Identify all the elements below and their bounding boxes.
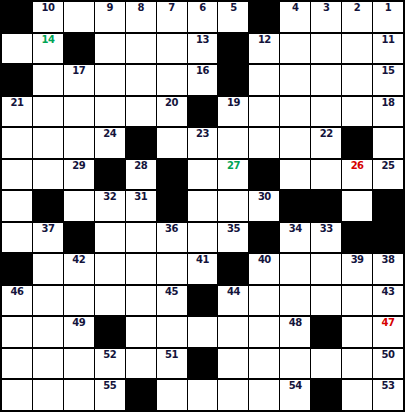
cell-r4c11[interactable] [311, 97, 341, 127]
cell-r3c4[interactable] [95, 65, 125, 95]
cell-r1c2[interactable]: 10 [33, 2, 63, 32]
block-r13c5 [126, 380, 156, 410]
clue-number-48: 48 [280, 317, 310, 328]
clue-number-53: 53 [373, 380, 403, 391]
cell-r8c8[interactable]: 35 [218, 223, 248, 253]
cell-r1c4[interactable]: 9 [95, 2, 125, 32]
clue-number-50: 50 [373, 349, 403, 360]
cell-r3c2[interactable] [33, 65, 63, 95]
clue-number-8: 8 [126, 2, 156, 13]
clue-number-16: 16 [188, 65, 218, 76]
clue-number-29: 29 [64, 160, 94, 171]
cell-r5c13[interactable] [373, 128, 403, 158]
cell-r13c13[interactable]: 53 [373, 380, 403, 410]
cell-r6c8[interactable]: 27 [218, 160, 248, 190]
clue-number-49: 49 [64, 317, 94, 328]
cell-r11c12[interactable] [342, 317, 372, 347]
cell-r6c12[interactable]: 26 [342, 160, 372, 190]
cell-r11c3[interactable]: 49 [64, 317, 94, 347]
cell-r11c5[interactable] [126, 317, 156, 347]
cell-r2c5[interactable] [126, 34, 156, 64]
cell-r3c3[interactable]: 17 [64, 65, 94, 95]
clue-number-26: 26 [342, 160, 372, 171]
cell-r13c4[interactable]: 55 [95, 380, 125, 410]
clue-number-52: 52 [95, 349, 125, 360]
cell-r9c6[interactable] [157, 254, 187, 284]
clue-number-15: 15 [373, 65, 403, 76]
cell-r10c1[interactable]: 46 [2, 286, 32, 316]
cell-r12c10[interactable] [280, 349, 310, 379]
clue-number-34: 34 [280, 223, 310, 234]
block-r10c7 [188, 286, 218, 316]
clue-number-7: 7 [157, 2, 187, 13]
clue-number-54: 54 [280, 380, 310, 391]
cell-r10c11[interactable] [311, 286, 341, 316]
block-r7c2 [33, 191, 63, 221]
cell-r12c4[interactable]: 52 [95, 349, 125, 379]
cell-r5c8[interactable] [218, 128, 248, 158]
cell-r10c10[interactable] [280, 286, 310, 316]
cell-r2c12[interactable] [342, 34, 372, 64]
block-r7c11 [311, 191, 341, 221]
cell-r2c11[interactable] [311, 34, 341, 64]
cell-r5c3[interactable] [64, 128, 94, 158]
clue-number-39: 39 [342, 254, 372, 265]
cell-r8c1[interactable] [2, 223, 32, 253]
clue-number-25: 25 [373, 160, 403, 171]
cell-r9c9[interactable]: 40 [249, 254, 279, 284]
cell-r12c11[interactable] [311, 349, 341, 379]
block-r2c3 [64, 34, 94, 64]
clue-number-12: 12 [249, 34, 279, 45]
cell-r11c7[interactable] [188, 317, 218, 347]
cell-r13c3[interactable] [64, 380, 94, 410]
cell-r12c8[interactable] [218, 349, 248, 379]
clue-number-43: 43 [373, 286, 403, 297]
clue-number-42: 42 [64, 254, 94, 265]
block-r8c3 [64, 223, 94, 253]
cell-r10c13[interactable]: 43 [373, 286, 403, 316]
clue-number-14: 14 [33, 34, 63, 45]
cell-r4c13[interactable]: 18 [373, 97, 403, 127]
cell-r6c10[interactable] [280, 160, 310, 190]
cell-r3c5[interactable] [126, 65, 156, 95]
cell-r10c2[interactable] [33, 286, 63, 316]
cell-r12c2[interactable] [33, 349, 63, 379]
cell-r8c7[interactable] [188, 223, 218, 253]
cell-r3c9[interactable] [249, 65, 279, 95]
block-r6c6 [157, 160, 187, 190]
cell-r2c2[interactable]: 14 [33, 34, 63, 64]
clue-number-2: 2 [342, 2, 372, 13]
cell-r10c4[interactable] [95, 286, 125, 316]
clue-number-41: 41 [188, 254, 218, 265]
cell-r13c8[interactable] [218, 380, 248, 410]
block-r5c5 [126, 128, 156, 158]
clue-number-40: 40 [249, 254, 279, 265]
clue-number-13: 13 [188, 34, 218, 45]
cell-r5c4[interactable]: 24 [95, 128, 125, 158]
cell-r2c4[interactable] [95, 34, 125, 64]
block-r8c12 [342, 223, 372, 253]
clue-number-36: 36 [157, 223, 187, 234]
cell-r1c12[interactable]: 2 [342, 2, 372, 32]
clue-number-55: 55 [95, 380, 125, 391]
cell-r10c12[interactable] [342, 286, 372, 316]
cell-r4c8[interactable]: 19 [218, 97, 248, 127]
cell-r6c2[interactable] [33, 160, 63, 190]
cell-r7c1[interactable] [2, 191, 32, 221]
cell-r4c12[interactable] [342, 97, 372, 127]
cell-r7c5[interactable]: 31 [126, 191, 156, 221]
cell-r1c7[interactable]: 6 [188, 2, 218, 32]
clue-number-30: 30 [249, 191, 279, 202]
cell-r1c8[interactable]: 5 [218, 2, 248, 32]
cell-r8c5[interactable] [126, 223, 156, 253]
cell-r11c10[interactable]: 48 [280, 317, 310, 347]
cell-r12c5[interactable] [126, 349, 156, 379]
cell-r9c2[interactable] [33, 254, 63, 284]
cell-r8c10[interactable]: 34 [280, 223, 310, 253]
cell-r11c8[interactable] [218, 317, 248, 347]
cell-r3c13[interactable]: 15 [373, 65, 403, 95]
cell-r11c6[interactable] [157, 317, 187, 347]
clue-number-37: 37 [33, 223, 63, 234]
cell-r5c6[interactable] [157, 128, 187, 158]
block-r1c1 [2, 2, 32, 32]
cell-r8c2[interactable]: 37 [33, 223, 63, 253]
cell-r1c5[interactable]: 8 [126, 2, 156, 32]
cell-r6c7[interactable] [188, 160, 218, 190]
cell-r8c4[interactable] [95, 223, 125, 253]
cell-r9c7[interactable]: 41 [188, 254, 218, 284]
cell-r4c3[interactable] [64, 97, 94, 127]
cell-r5c2[interactable] [33, 128, 63, 158]
block-r3c8 [218, 65, 248, 95]
clue-number-24: 24 [95, 128, 125, 139]
clue-number-21: 21 [2, 97, 32, 108]
cell-r12c13[interactable]: 50 [373, 349, 403, 379]
block-r8c13 [373, 223, 403, 253]
cell-r13c7[interactable] [188, 380, 218, 410]
clue-number-44: 44 [218, 286, 248, 297]
cell-r8c6[interactable]: 36 [157, 223, 187, 253]
cell-r11c1[interactable] [2, 317, 32, 347]
clue-number-11: 11 [373, 34, 403, 45]
cell-r4c1[interactable]: 21 [2, 97, 32, 127]
cell-r11c2[interactable] [33, 317, 63, 347]
cell-r2c1[interactable] [2, 34, 32, 64]
block-r11c11 [311, 317, 341, 347]
cell-r6c13[interactable]: 25 [373, 160, 403, 190]
clue-number-31: 31 [126, 191, 156, 202]
block-r9c8 [218, 254, 248, 284]
cell-r4c6[interactable]: 20 [157, 97, 187, 127]
block-r5c12 [342, 128, 372, 158]
cell-r13c12[interactable] [342, 380, 372, 410]
cell-r3c12[interactable] [342, 65, 372, 95]
cell-r13c2[interactable] [33, 380, 63, 410]
cell-r11c13[interactable]: 47 [373, 317, 403, 347]
cell-r1c11[interactable]: 3 [311, 2, 341, 32]
block-r6c9 [249, 160, 279, 190]
cell-r6c1[interactable] [2, 160, 32, 190]
crossword-grid: 1098765432114131211171615212019182423222… [0, 0, 405, 412]
cell-r10c5[interactable] [126, 286, 156, 316]
clue-number-46: 46 [2, 286, 32, 297]
block-r13c11 [311, 380, 341, 410]
cell-r13c9[interactable] [249, 380, 279, 410]
cell-r12c12[interactable] [342, 349, 372, 379]
block-r7c10 [280, 191, 310, 221]
cell-r13c6[interactable] [157, 380, 187, 410]
cell-r2c7[interactable]: 13 [188, 34, 218, 64]
cell-r7c7[interactable] [188, 191, 218, 221]
cell-r4c4[interactable] [95, 97, 125, 127]
clue-number-47: 47 [373, 317, 403, 328]
clue-number-1: 1 [373, 2, 403, 13]
cell-r9c13[interactable]: 38 [373, 254, 403, 284]
clue-number-22: 22 [311, 128, 341, 139]
cell-r4c5[interactable] [126, 97, 156, 127]
cell-r9c12[interactable]: 39 [342, 254, 372, 284]
block-r9c1 [2, 254, 32, 284]
cell-r2c9[interactable]: 12 [249, 34, 279, 64]
cell-r10c8[interactable]: 44 [218, 286, 248, 316]
cell-r12c9[interactable] [249, 349, 279, 379]
cell-r4c9[interactable] [249, 97, 279, 127]
block-r3c1 [2, 65, 32, 95]
clue-number-35: 35 [218, 223, 248, 234]
block-r11c4 [95, 317, 125, 347]
cell-r7c3[interactable] [64, 191, 94, 221]
cell-r2c6[interactable] [157, 34, 187, 64]
cell-r13c10[interactable]: 54 [280, 380, 310, 410]
cell-r9c11[interactable] [311, 254, 341, 284]
cell-r6c11[interactable] [311, 160, 341, 190]
clue-number-19: 19 [218, 97, 248, 108]
cell-r2c13[interactable]: 11 [373, 34, 403, 64]
block-r12c7 [188, 349, 218, 379]
cell-r7c8[interactable] [218, 191, 248, 221]
clue-number-10: 10 [33, 2, 63, 13]
clue-number-9: 9 [95, 2, 125, 13]
cell-r8c11[interactable]: 33 [311, 223, 341, 253]
cell-r3c10[interactable] [280, 65, 310, 95]
cell-r5c9[interactable] [249, 128, 279, 158]
clue-number-32: 32 [95, 191, 125, 202]
clue-number-20: 20 [157, 97, 187, 108]
cell-r6c3[interactable]: 29 [64, 160, 94, 190]
cell-r5c1[interactable] [2, 128, 32, 158]
cell-r1c13[interactable]: 1 [373, 2, 403, 32]
clue-number-4: 4 [280, 2, 310, 13]
cell-r7c12[interactable] [342, 191, 372, 221]
cell-r5c11[interactable]: 22 [311, 128, 341, 158]
cell-r3c7[interactable]: 16 [188, 65, 218, 95]
block-r7c6 [157, 191, 187, 221]
block-r8c9 [249, 223, 279, 253]
cell-r11c9[interactable] [249, 317, 279, 347]
cell-r12c1[interactable] [2, 349, 32, 379]
block-r4c7 [188, 97, 218, 127]
cell-r13c1[interactable] [2, 380, 32, 410]
cell-r5c10[interactable] [280, 128, 310, 158]
cell-r12c6[interactable]: 51 [157, 349, 187, 379]
cell-r1c10[interactable]: 4 [280, 2, 310, 32]
clue-number-51: 51 [157, 349, 187, 360]
clue-number-27: 27 [218, 160, 248, 171]
block-r6c4 [95, 160, 125, 190]
cell-r9c3[interactable]: 42 [64, 254, 94, 284]
cell-r2c10[interactable] [280, 34, 310, 64]
cell-r10c3[interactable] [64, 286, 94, 316]
cell-r9c5[interactable] [126, 254, 156, 284]
cell-r9c10[interactable] [280, 254, 310, 284]
block-r7c13 [373, 191, 403, 221]
cell-r10c6[interactable]: 45 [157, 286, 187, 316]
block-r2c8 [218, 34, 248, 64]
clue-number-45: 45 [157, 286, 187, 297]
cell-r1c3[interactable] [64, 2, 94, 32]
cell-r7c9[interactable]: 30 [249, 191, 279, 221]
cell-r9c4[interactable] [95, 254, 125, 284]
clue-number-6: 6 [188, 2, 218, 13]
clue-number-17: 17 [64, 65, 94, 76]
cell-r4c10[interactable] [280, 97, 310, 127]
clue-number-5: 5 [218, 2, 248, 13]
cell-r1c6[interactable]: 7 [157, 2, 187, 32]
clue-number-33: 33 [311, 223, 341, 234]
cell-r12c3[interactable] [64, 349, 94, 379]
cell-r7c4[interactable]: 32 [95, 191, 125, 221]
cell-r3c11[interactable] [311, 65, 341, 95]
cell-r10c9[interactable] [249, 286, 279, 316]
clue-number-23: 23 [188, 128, 218, 139]
clue-number-3: 3 [311, 2, 341, 13]
cell-r4c2[interactable] [33, 97, 63, 127]
block-r1c9 [249, 2, 279, 32]
clue-number-18: 18 [373, 97, 403, 108]
clue-number-38: 38 [373, 254, 403, 265]
cell-r6c5[interactable]: 28 [126, 160, 156, 190]
clue-number-28: 28 [126, 160, 156, 171]
cell-r3c6[interactable] [157, 65, 187, 95]
cell-r5c7[interactable]: 23 [188, 128, 218, 158]
